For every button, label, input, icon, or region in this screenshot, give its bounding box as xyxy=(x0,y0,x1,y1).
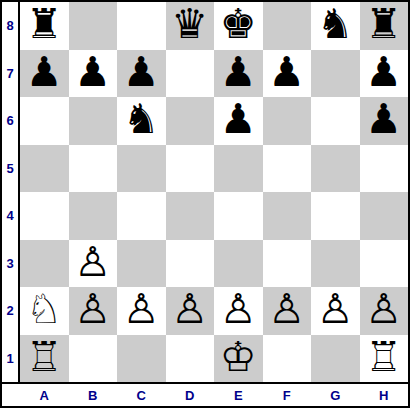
rank-label-5: 5 xyxy=(2,145,18,193)
square-h1[interactable]: ♖ xyxy=(360,335,409,383)
file-label-b: B xyxy=(69,384,118,406)
square-d1[interactable] xyxy=(166,335,215,383)
square-b6[interactable] xyxy=(69,97,118,145)
piece-black-pawn[interactable]: ♟ xyxy=(365,52,402,93)
piece-black-rook[interactable]: ♜ xyxy=(365,4,402,45)
square-g7[interactable] xyxy=(311,50,360,98)
piece-black-rook[interactable]: ♜ xyxy=(26,4,63,45)
square-g3[interactable] xyxy=(311,240,360,288)
square-g5[interactable] xyxy=(311,145,360,193)
square-g2[interactable]: ♙ xyxy=(311,287,360,335)
piece-black-pawn[interactable]: ♟ xyxy=(26,52,63,93)
square-b5[interactable] xyxy=(69,145,118,193)
square-a6[interactable] xyxy=(20,97,69,145)
piece-black-pawn[interactable]: ♟ xyxy=(268,52,305,93)
piece-white-rook[interactable]: ♖ xyxy=(365,337,402,378)
piece-white-pawn[interactable]: ♙ xyxy=(365,289,402,330)
square-d6[interactable] xyxy=(166,97,215,145)
square-g1[interactable] xyxy=(311,335,360,383)
file-label-g: G xyxy=(311,384,360,406)
file-label-c: C xyxy=(117,384,166,406)
file-label-e: E xyxy=(214,384,263,406)
square-c4[interactable] xyxy=(117,192,166,240)
rank-label-7: 7 xyxy=(2,50,18,98)
square-f4[interactable] xyxy=(263,192,312,240)
square-c6[interactable]: ♞ xyxy=(117,97,166,145)
square-d4[interactable] xyxy=(166,192,215,240)
square-b2[interactable]: ♙ xyxy=(69,287,118,335)
square-a5[interactable] xyxy=(20,145,69,193)
file-label-d: D xyxy=(166,384,215,406)
file-label-a: A xyxy=(20,384,69,406)
square-d3[interactable] xyxy=(166,240,215,288)
piece-black-king[interactable]: ♚ xyxy=(220,4,257,45)
piece-white-pawn[interactable]: ♙ xyxy=(123,289,160,330)
piece-black-queen[interactable]: ♛ xyxy=(171,4,208,45)
square-d7[interactable] xyxy=(166,50,215,98)
square-h4[interactable] xyxy=(360,192,409,240)
square-b1[interactable] xyxy=(69,335,118,383)
square-e5[interactable] xyxy=(214,145,263,193)
chess-board: ♜♛♚♞♜♟♟♟♟♟♟♞♟♟♙♘♙♙♙♙♙♙♙♖♔♖ xyxy=(20,2,408,382)
rank-label-4: 4 xyxy=(2,192,18,240)
square-f5[interactable] xyxy=(263,145,312,193)
square-g8[interactable]: ♞ xyxy=(311,2,360,50)
piece-black-pawn[interactable]: ♟ xyxy=(220,52,257,93)
piece-black-pawn[interactable]: ♟ xyxy=(365,99,402,140)
square-d2[interactable]: ♙ xyxy=(166,287,215,335)
rank-label-1: 1 xyxy=(2,335,18,383)
piece-white-pawn[interactable]: ♙ xyxy=(220,289,257,330)
corner-spacer xyxy=(2,384,20,406)
rank-label-8: 8 xyxy=(2,2,18,50)
square-c1[interactable] xyxy=(117,335,166,383)
piece-white-pawn[interactable]: ♙ xyxy=(317,289,354,330)
piece-white-king[interactable]: ♔ xyxy=(220,337,257,378)
square-a8[interactable]: ♜ xyxy=(20,2,69,50)
square-f3[interactable] xyxy=(263,240,312,288)
piece-black-knight[interactable]: ♞ xyxy=(123,99,160,140)
rank-label-2: 2 xyxy=(2,287,18,335)
square-g6[interactable] xyxy=(311,97,360,145)
piece-black-pawn[interactable]: ♟ xyxy=(74,52,111,93)
square-a2[interactable]: ♘ xyxy=(20,287,69,335)
square-b7[interactable]: ♟ xyxy=(69,50,118,98)
square-a3[interactable] xyxy=(20,240,69,288)
square-c2[interactable]: ♙ xyxy=(117,287,166,335)
piece-black-pawn[interactable]: ♟ xyxy=(123,52,160,93)
file-label-h: H xyxy=(360,384,409,406)
square-f7[interactable]: ♟ xyxy=(263,50,312,98)
square-f1[interactable] xyxy=(263,335,312,383)
square-a7[interactable]: ♟ xyxy=(20,50,69,98)
rank-label-6: 6 xyxy=(2,97,18,145)
square-f6[interactable] xyxy=(263,97,312,145)
piece-white-pawn[interactable]: ♙ xyxy=(171,289,208,330)
piece-white-pawn[interactable]: ♙ xyxy=(74,242,111,283)
square-e2[interactable]: ♙ xyxy=(214,287,263,335)
file-label-f: F xyxy=(263,384,312,406)
rank-labels: 87654321 xyxy=(2,2,20,382)
square-e3[interactable] xyxy=(214,240,263,288)
square-c3[interactable] xyxy=(117,240,166,288)
square-c5[interactable] xyxy=(117,145,166,193)
piece-white-pawn[interactable]: ♙ xyxy=(74,289,111,330)
square-e8[interactable]: ♚ xyxy=(214,2,263,50)
square-f8[interactable] xyxy=(263,2,312,50)
square-h6[interactable]: ♟ xyxy=(360,97,409,145)
chess-diagram: 87654321 ♜♛♚♞♜♟♟♟♟♟♟♞♟♟♙♘♙♙♙♙♙♙♙♖♔♖ ABCD… xyxy=(0,0,410,408)
square-d5[interactable] xyxy=(166,145,215,193)
piece-white-rook[interactable]: ♖ xyxy=(26,337,63,378)
piece-black-knight[interactable]: ♞ xyxy=(317,4,354,45)
square-d8[interactable]: ♛ xyxy=(166,2,215,50)
file-labels: ABCDEFGH xyxy=(2,382,408,406)
square-h2[interactable]: ♙ xyxy=(360,287,409,335)
square-f2[interactable]: ♙ xyxy=(263,287,312,335)
square-c7[interactable]: ♟ xyxy=(117,50,166,98)
square-h8[interactable]: ♜ xyxy=(360,2,409,50)
square-b3[interactable]: ♙ xyxy=(69,240,118,288)
square-b4[interactable] xyxy=(69,192,118,240)
square-c8[interactable] xyxy=(117,2,166,50)
square-a4[interactable] xyxy=(20,192,69,240)
square-g4[interactable] xyxy=(311,192,360,240)
square-e1[interactable]: ♔ xyxy=(214,335,263,383)
piece-black-pawn[interactable]: ♟ xyxy=(220,99,257,140)
piece-white-knight[interactable]: ♘ xyxy=(26,289,63,330)
square-h3[interactable] xyxy=(360,240,409,288)
square-e7[interactable]: ♟ xyxy=(214,50,263,98)
square-e4[interactable] xyxy=(214,192,263,240)
square-h5[interactable] xyxy=(360,145,409,193)
piece-white-pawn[interactable]: ♙ xyxy=(268,289,305,330)
square-a1[interactable]: ♖ xyxy=(20,335,69,383)
rank-label-3: 3 xyxy=(2,240,18,288)
square-h7[interactable]: ♟ xyxy=(360,50,409,98)
square-b8[interactable] xyxy=(69,2,118,50)
square-e6[interactable]: ♟ xyxy=(214,97,263,145)
